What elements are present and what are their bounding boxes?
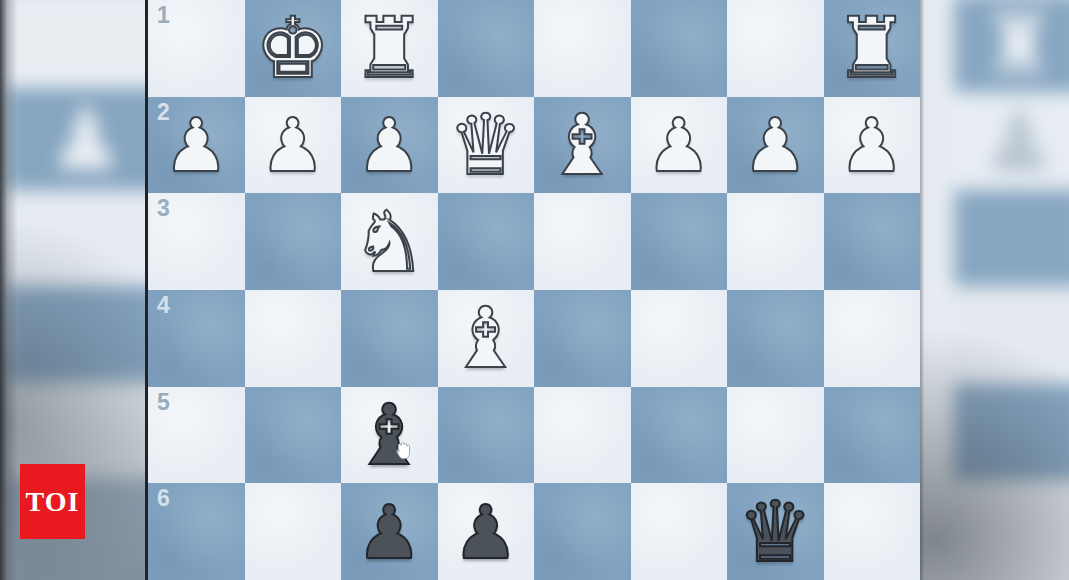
white-pawn[interactable]: ♟ (163, 97, 229, 193)
square-h1[interactable]: 1 (148, 0, 245, 97)
square-a4[interactable] (824, 290, 921, 387)
white-knight[interactable]: ♞ (352, 194, 427, 290)
square-e3[interactable] (438, 193, 535, 290)
square-h6[interactable]: 6 (148, 483, 245, 580)
white-rook[interactable]: ♜ (834, 0, 909, 96)
square-d6[interactable] (534, 483, 631, 580)
square-a2[interactable]: ♟ (824, 97, 921, 194)
blurred-right-panel: ♜ ♟ (920, 0, 1069, 580)
blur-square (954, 190, 1069, 286)
white-pawn[interactable]: ♟ (260, 97, 326, 193)
square-g5[interactable] (245, 387, 342, 484)
square-c6[interactable] (631, 483, 728, 580)
square-d4[interactable] (534, 290, 631, 387)
square-b5[interactable] (727, 387, 824, 484)
square-b6[interactable]: ♛ (727, 483, 824, 580)
square-g2[interactable]: ♟ (245, 97, 342, 194)
square-g3[interactable] (245, 193, 342, 290)
screenshot-stage: ♟ ♜ ♟ 1♚♜♜2♟♟♟♛♝♟♟♟3♞4♝5♝6♟♟♛ TOI (0, 0, 1069, 580)
white-king[interactable]: ♚ (255, 0, 330, 96)
black-queen[interactable]: ♛ (738, 484, 813, 580)
square-e6[interactable]: ♟ (438, 483, 535, 580)
square-f1[interactable]: ♜ (341, 0, 438, 97)
square-c5[interactable] (631, 387, 728, 484)
rank-label-1: 1 (157, 4, 170, 27)
white-pawn[interactable]: ♟ (646, 97, 712, 193)
square-e2[interactable]: ♛ (438, 97, 535, 194)
rank-label-6: 6 (157, 487, 170, 510)
blur-square (6, 0, 148, 88)
blur-square: ♟ (954, 92, 1069, 190)
blur-square (954, 480, 1069, 580)
rank-label-4: 4 (157, 294, 170, 317)
square-d1[interactable] (534, 0, 631, 97)
square-g6[interactable] (245, 483, 342, 580)
square-e4[interactable]: ♝ (438, 290, 535, 387)
blur-square: ♟ (6, 88, 148, 190)
square-e5[interactable] (438, 387, 535, 484)
toi-logo: TOI (20, 464, 85, 539)
blurred-right-board-texture: ♜ ♟ (920, 0, 1069, 580)
square-c4[interactable] (631, 290, 728, 387)
square-f5[interactable]: ♝ (341, 387, 438, 484)
blurred-pawn-ghost: ♟ (980, 98, 1057, 184)
black-pawn[interactable]: ♟ (453, 484, 519, 580)
square-d2[interactable]: ♝ (534, 97, 631, 194)
square-a3[interactable] (824, 193, 921, 290)
square-c1[interactable] (631, 0, 728, 97)
square-g4[interactable] (245, 290, 342, 387)
square-c3[interactable] (631, 193, 728, 290)
blurred-pawn-ghost: ♟ (47, 96, 124, 182)
square-f3[interactable]: ♞ (341, 193, 438, 290)
square-h2[interactable]: 2♟ (148, 97, 245, 194)
square-b3[interactable] (727, 193, 824, 290)
white-bishop[interactable]: ♝ (545, 97, 620, 193)
square-a6[interactable] (824, 483, 921, 580)
blur-light-strip (920, 0, 954, 580)
square-g1[interactable]: ♚ (245, 0, 342, 97)
black-pawn[interactable]: ♟ (356, 484, 422, 580)
square-f6[interactable]: ♟ (341, 483, 438, 580)
square-b2[interactable]: ♟ (727, 97, 824, 194)
blur-square: ♜ (954, 0, 1069, 92)
chess-board[interactable]: 1♚♜♜2♟♟♟♛♝♟♟♟3♞4♝5♝6♟♟♛ (148, 0, 920, 580)
square-d3[interactable] (534, 193, 631, 290)
white-bishop[interactable]: ♝ (448, 290, 523, 386)
blurred-rook-ghost: ♜ (980, 1, 1057, 87)
black-bishop[interactable]: ♝ (352, 387, 427, 483)
square-e1[interactable] (438, 0, 535, 97)
square-h3[interactable]: 3 (148, 193, 245, 290)
square-f2[interactable]: ♟ (341, 97, 438, 194)
white-pawn[interactable]: ♟ (742, 97, 808, 193)
white-rook[interactable]: ♜ (352, 0, 427, 96)
square-h5[interactable]: 5 (148, 387, 245, 484)
blur-square (6, 286, 148, 382)
square-d5[interactable] (534, 387, 631, 484)
square-a1[interactable]: ♜ (824, 0, 921, 97)
board-left-edge (145, 0, 148, 580)
square-h4[interactable]: 4 (148, 290, 245, 387)
blur-square (954, 286, 1069, 384)
grab-hand-cursor[interactable] (391, 437, 419, 465)
square-c2[interactable]: ♟ (631, 97, 728, 194)
square-b4[interactable] (727, 290, 824, 387)
rank-label-5: 5 (157, 391, 170, 414)
blur-square (6, 190, 148, 286)
square-a5[interactable] (824, 387, 921, 484)
square-f4[interactable] (341, 290, 438, 387)
square-b1[interactable] (727, 0, 824, 97)
toi-logo-text: TOI (26, 486, 80, 518)
blur-square (954, 384, 1069, 480)
white-queen[interactable]: ♛ (448, 97, 523, 193)
rank-label-3: 3 (157, 197, 170, 220)
white-pawn[interactable]: ♟ (356, 97, 422, 193)
white-pawn[interactable]: ♟ (839, 97, 905, 193)
